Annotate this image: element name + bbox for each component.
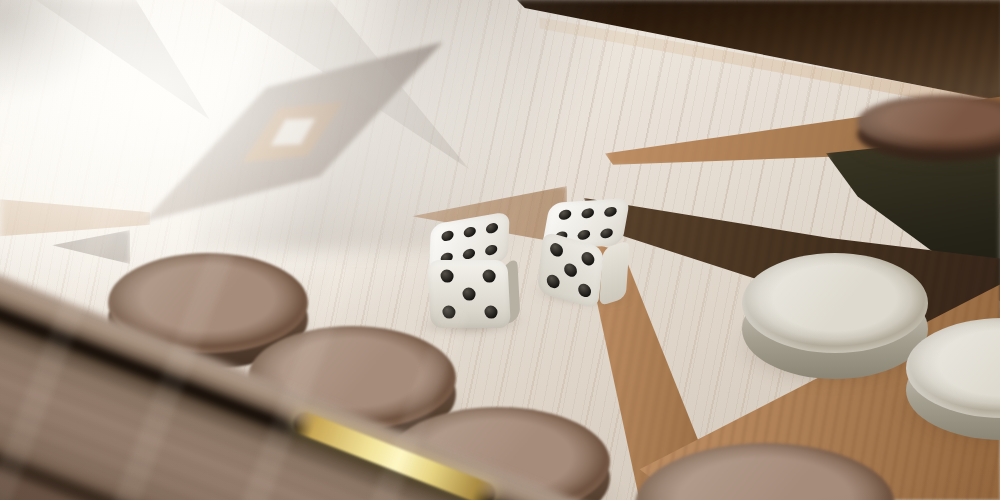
checker-brown-4[interactable] — [635, 443, 895, 500]
checker-white-1[interactable] — [742, 253, 928, 379]
die-pip — [440, 270, 454, 283]
die-pip — [581, 250, 595, 266]
checker-dark-far[interactable] — [857, 95, 1000, 161]
backgammon-photo-scene — [0, 0, 1000, 500]
die-pip — [558, 210, 572, 221]
die-pip — [603, 207, 617, 218]
die-face-front-5 — [427, 260, 511, 328]
die-pip — [485, 244, 497, 256]
die-pip — [564, 262, 578, 278]
die-pip — [441, 230, 453, 242]
die-pip — [577, 229, 591, 240]
die-pip — [462, 288, 476, 301]
die-pip — [581, 208, 595, 219]
die-pip — [486, 222, 498, 234]
die-pip — [463, 248, 475, 260]
die-pip — [546, 273, 560, 289]
checker-top — [742, 253, 928, 353]
die-pip — [482, 270, 496, 283]
die-right[interactable] — [540, 197, 629, 302]
die-pip — [442, 305, 456, 318]
die-pip — [549, 241, 563, 257]
die-pip — [578, 282, 592, 298]
die-pip — [484, 305, 498, 318]
die-pip — [599, 228, 613, 239]
die-left[interactable] — [425, 216, 515, 332]
checker-top — [635, 443, 895, 500]
checker-white-2[interactable] — [906, 318, 1000, 440]
corner-shadow — [0, 0, 120, 110]
die-pip — [464, 226, 476, 238]
